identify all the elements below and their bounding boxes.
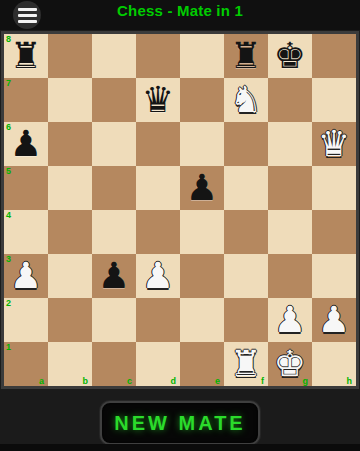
rank-label-3: 3 bbox=[6, 254, 11, 264]
square-a5[interactable]: 5 bbox=[4, 166, 48, 210]
file-label-c: c bbox=[127, 376, 132, 386]
file-label-g: g bbox=[303, 376, 309, 386]
square-a1[interactable]: 1a bbox=[4, 342, 48, 386]
square-a7[interactable]: 7 bbox=[4, 78, 48, 122]
square-f6[interactable] bbox=[224, 122, 268, 166]
square-a6[interactable]: ♟6 bbox=[4, 122, 48, 166]
rank-label-6: 6 bbox=[6, 122, 11, 132]
square-g2[interactable]: ♟ bbox=[268, 298, 312, 342]
square-c8[interactable] bbox=[92, 34, 136, 78]
piece-white-pawn[interactable]: ♟ bbox=[318, 298, 350, 342]
square-d4[interactable] bbox=[136, 210, 180, 254]
piece-black-king[interactable]: ♚ bbox=[274, 34, 306, 78]
square-b6[interactable] bbox=[48, 122, 92, 166]
square-a8[interactable]: ♜8 bbox=[4, 34, 48, 78]
square-f3[interactable] bbox=[224, 254, 268, 298]
file-label-d: d bbox=[171, 376, 177, 386]
piece-white-queen[interactable]: ♛ bbox=[318, 122, 350, 166]
piece-white-rook[interactable]: ♜ bbox=[230, 342, 262, 386]
square-d5[interactable] bbox=[136, 166, 180, 210]
piece-black-pawn[interactable]: ♟ bbox=[10, 122, 42, 166]
square-c5[interactable] bbox=[92, 166, 136, 210]
file-label-a: a bbox=[39, 376, 44, 386]
file-label-h: h bbox=[347, 376, 353, 386]
piece-black-rook[interactable]: ♜ bbox=[10, 34, 42, 78]
square-g1[interactable]: ♚g bbox=[268, 342, 312, 386]
chess-board: ♜8♜♚7♛♞♟6♛5♟4♟3♟♟2♟♟1abcde♜f♚gh bbox=[4, 34, 356, 386]
square-d8[interactable] bbox=[136, 34, 180, 78]
piece-black-pawn[interactable]: ♟ bbox=[98, 254, 130, 298]
rank-label-2: 2 bbox=[6, 298, 11, 308]
square-f2[interactable] bbox=[224, 298, 268, 342]
file-label-f: f bbox=[261, 376, 264, 386]
app-title: Chess - Mate in 1 bbox=[0, 2, 360, 19]
square-d3[interactable]: ♟ bbox=[136, 254, 180, 298]
square-e2[interactable] bbox=[180, 298, 224, 342]
square-c6[interactable] bbox=[92, 122, 136, 166]
square-f4[interactable] bbox=[224, 210, 268, 254]
square-e5[interactable]: ♟ bbox=[180, 166, 224, 210]
square-c7[interactable] bbox=[92, 78, 136, 122]
top-bar: Chess - Mate in 1 bbox=[0, 0, 360, 30]
piece-black-queen[interactable]: ♛ bbox=[142, 78, 174, 122]
square-h1[interactable]: h bbox=[312, 342, 356, 386]
square-a3[interactable]: ♟3 bbox=[4, 254, 48, 298]
square-f1[interactable]: ♜f bbox=[224, 342, 268, 386]
square-f7[interactable]: ♞ bbox=[224, 78, 268, 122]
square-g5[interactable] bbox=[268, 166, 312, 210]
bottom-panel: NEW MATE bbox=[0, 389, 360, 451]
square-h5[interactable] bbox=[312, 166, 356, 210]
square-d6[interactable] bbox=[136, 122, 180, 166]
square-g7[interactable] bbox=[268, 78, 312, 122]
square-e3[interactable] bbox=[180, 254, 224, 298]
file-label-e: e bbox=[215, 376, 220, 386]
square-c1[interactable]: c bbox=[92, 342, 136, 386]
piece-black-pawn[interactable]: ♟ bbox=[186, 166, 218, 210]
square-c4[interactable] bbox=[92, 210, 136, 254]
square-h3[interactable] bbox=[312, 254, 356, 298]
square-g3[interactable] bbox=[268, 254, 312, 298]
square-c3[interactable]: ♟ bbox=[92, 254, 136, 298]
square-e7[interactable] bbox=[180, 78, 224, 122]
square-b7[interactable] bbox=[48, 78, 92, 122]
square-h7[interactable] bbox=[312, 78, 356, 122]
piece-black-rook[interactable]: ♜ bbox=[230, 34, 262, 78]
square-h2[interactable]: ♟ bbox=[312, 298, 356, 342]
new-mate-button[interactable]: NEW MATE bbox=[100, 401, 260, 445]
square-b4[interactable] bbox=[48, 210, 92, 254]
square-e1[interactable]: e bbox=[180, 342, 224, 386]
square-h8[interactable] bbox=[312, 34, 356, 78]
square-b3[interactable] bbox=[48, 254, 92, 298]
rank-label-4: 4 bbox=[6, 210, 11, 220]
square-e6[interactable] bbox=[180, 122, 224, 166]
piece-white-pawn[interactable]: ♟ bbox=[142, 254, 174, 298]
rank-label-1: 1 bbox=[6, 342, 11, 352]
bottom-strip bbox=[0, 444, 360, 451]
square-a2[interactable]: 2 bbox=[4, 298, 48, 342]
square-g8[interactable]: ♚ bbox=[268, 34, 312, 78]
square-d7[interactable]: ♛ bbox=[136, 78, 180, 122]
piece-white-pawn[interactable]: ♟ bbox=[274, 298, 306, 342]
rank-label-7: 7 bbox=[6, 78, 11, 88]
square-h4[interactable] bbox=[312, 210, 356, 254]
piece-white-pawn[interactable]: ♟ bbox=[10, 254, 42, 298]
square-g4[interactable] bbox=[268, 210, 312, 254]
piece-white-knight[interactable]: ♞ bbox=[230, 78, 262, 122]
square-b5[interactable] bbox=[48, 166, 92, 210]
file-label-b: b bbox=[83, 376, 89, 386]
rank-label-5: 5 bbox=[6, 166, 11, 176]
square-d2[interactable] bbox=[136, 298, 180, 342]
square-b8[interactable] bbox=[48, 34, 92, 78]
square-c2[interactable] bbox=[92, 298, 136, 342]
rank-label-8: 8 bbox=[6, 34, 11, 44]
hamburger-bar bbox=[18, 20, 37, 23]
square-f5[interactable] bbox=[224, 166, 268, 210]
square-a4[interactable]: 4 bbox=[4, 210, 48, 254]
piece-white-king[interactable]: ♚ bbox=[274, 342, 306, 386]
square-b2[interactable] bbox=[48, 298, 92, 342]
square-e8[interactable] bbox=[180, 34, 224, 78]
square-f8[interactable]: ♜ bbox=[224, 34, 268, 78]
square-d1[interactable]: d bbox=[136, 342, 180, 386]
board-frame: ♜8♜♚7♛♞♟6♛5♟4♟3♟♟2♟♟1abcde♜f♚gh bbox=[1, 31, 359, 389]
square-b1[interactable]: b bbox=[48, 342, 92, 386]
square-e4[interactable] bbox=[180, 210, 224, 254]
square-g6[interactable] bbox=[268, 122, 312, 166]
square-h6[interactable]: ♛ bbox=[312, 122, 356, 166]
